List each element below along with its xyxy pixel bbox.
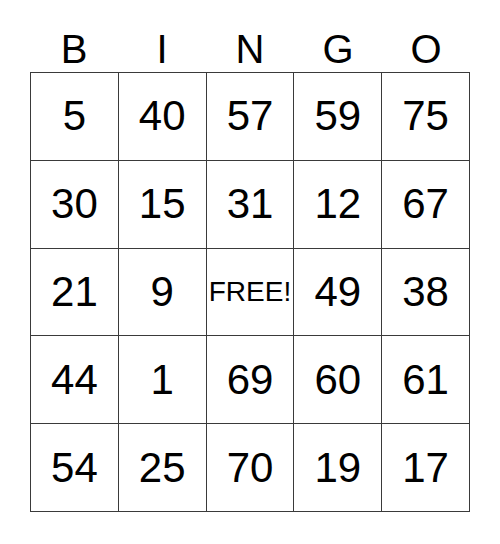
bingo-board: 5 40 57 59 75 30 15 31 12 67 21 9 FREE! … xyxy=(30,72,470,512)
column-letter-i: I xyxy=(156,29,167,72)
free-cell[interactable]: FREE! xyxy=(207,249,294,336)
cell-r1c3[interactable]: 57 xyxy=(207,73,294,160)
cell-r2c5[interactable]: 67 xyxy=(382,161,469,248)
cell-r3c4[interactable]: 49 xyxy=(294,249,381,336)
cell-r3c2[interactable]: 9 xyxy=(119,249,206,336)
column-letter-b: B xyxy=(61,29,88,72)
cell-r4c3[interactable]: 69 xyxy=(207,336,294,423)
column-letter-n: N xyxy=(236,29,265,72)
cell-r2c1[interactable]: 30 xyxy=(31,161,118,248)
cell-r4c2[interactable]: 1 xyxy=(119,336,206,423)
bingo-header: B I N G O xyxy=(30,0,470,72)
cell-r4c1[interactable]: 44 xyxy=(31,336,118,423)
cell-r3c1[interactable]: 21 xyxy=(31,249,118,336)
cell-r5c3[interactable]: 70 xyxy=(207,424,294,511)
cell-r5c4[interactable]: 19 xyxy=(294,424,381,511)
column-letter-o: O xyxy=(410,29,441,72)
cell-r5c2[interactable]: 25 xyxy=(119,424,206,511)
cell-r5c1[interactable]: 54 xyxy=(31,424,118,511)
cell-r2c3[interactable]: 31 xyxy=(207,161,294,248)
column-letter-g: G xyxy=(322,29,353,72)
cell-r5c5[interactable]: 17 xyxy=(382,424,469,511)
cell-r2c4[interactable]: 12 xyxy=(294,161,381,248)
cell-r3c5[interactable]: 38 xyxy=(382,249,469,336)
cell-r1c4[interactable]: 59 xyxy=(294,73,381,160)
cell-r1c1[interactable]: 5 xyxy=(31,73,118,160)
cell-r1c5[interactable]: 75 xyxy=(382,73,469,160)
cell-r4c5[interactable]: 61 xyxy=(382,336,469,423)
bingo-card: B I N G O 5 40 57 59 75 30 15 31 12 67 2… xyxy=(30,0,470,512)
cell-r4c4[interactable]: 60 xyxy=(294,336,381,423)
cell-r1c2[interactable]: 40 xyxy=(119,73,206,160)
cell-r2c2[interactable]: 15 xyxy=(119,161,206,248)
